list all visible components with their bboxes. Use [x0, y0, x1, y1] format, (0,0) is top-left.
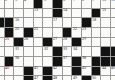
clue-number: 28 — [63, 37, 67, 40]
clue-number: 48 — [53, 76, 57, 79]
clue-number: 33 — [63, 47, 67, 50]
black-cell-r6c10 — [92, 57, 102, 67]
grid-cell-r1c12[interactable] — [111, 9, 115, 19]
grid-cell-r5c7[interactable]: 33 — [63, 47, 73, 57]
clue-number: 43 — [82, 66, 86, 69]
clue-number: 29 — [82, 37, 86, 40]
crossword-grid: 1234567891011121314151617181920212223242… — [0, 0, 115, 80]
grid-cell-r2c4[interactable] — [34, 18, 44, 28]
clue-number: 31 — [15, 47, 19, 50]
grid-cell-r5c5[interactable]: 32 — [43, 47, 53, 57]
grid-cell-r2c7[interactable] — [63, 18, 73, 28]
black-cell-r5c11 — [101, 47, 111, 57]
clue-number: 37 — [63, 56, 67, 59]
grid-cell-r5c2[interactable]: 31 — [14, 47, 24, 57]
grid-cell-r4c7[interactable]: 28 — [63, 38, 73, 48]
grid-cell-r7c2[interactable] — [14, 67, 24, 77]
clue-number: 8 — [82, 0, 84, 2]
grid-cell-r6c7[interactable]: 37 — [63, 57, 73, 67]
grid-cell-r5c1[interactable] — [5, 47, 15, 57]
grid-cell-r6c3[interactable] — [24, 57, 34, 67]
black-cell-r5c12 — [111, 47, 115, 57]
grid-cell-r2c8[interactable] — [72, 18, 82, 28]
clue-number: 16 — [15, 18, 19, 21]
grid-cell-r2c6[interactable]: 17 — [53, 18, 63, 28]
grid-cell-r4c11[interactable] — [101, 38, 111, 48]
grid-cell-r4c6[interactable]: 27 — [53, 38, 63, 48]
clue-number: 38 — [82, 56, 86, 59]
grid-cell-r1c5[interactable] — [43, 9, 53, 19]
black-cell-r3c3 — [24, 28, 34, 38]
grid-cell-r3c4[interactable]: 21 — [34, 28, 44, 38]
black-cell-r5c6 — [53, 47, 63, 57]
clue-number: 3 — [15, 0, 17, 2]
clue-number: 20 — [15, 27, 19, 30]
clue-number: 6 — [63, 0, 65, 2]
black-cell-r7c10 — [92, 67, 102, 77]
grid-cell-r3c2[interactable]: 20 — [14, 28, 24, 38]
crossword-screenshot: 1234567891011121314151617181920212223242… — [0, 0, 115, 80]
clue-number: 27 — [53, 37, 57, 40]
grid-cell-r5c10[interactable] — [92, 47, 102, 57]
grid-cell-r6c2[interactable]: 36 — [14, 57, 24, 67]
black-cell-r6c1 — [5, 57, 15, 67]
grid-cell-r1c8[interactable] — [72, 9, 82, 19]
grid-cell-r0c2[interactable]: 3 — [14, 0, 24, 9]
clue-number: 44 — [102, 66, 106, 69]
clue-number: 7 — [73, 0, 75, 2]
black-cell-r0c6 — [53, 0, 63, 9]
black-cell-r6c6 — [53, 57, 63, 67]
grid-cell-r5c9[interactable] — [82, 47, 92, 57]
grid-cell-r8c1[interactable] — [5, 76, 15, 80]
clue-number: 21 — [34, 27, 38, 30]
grid-cell-r4c3[interactable]: 26 — [24, 38, 34, 48]
grid-cell-r7c4[interactable]: 41 — [34, 67, 44, 77]
black-cell-r6c11 — [101, 57, 111, 67]
grid-cell-r0c1[interactable]: 2 — [5, 0, 15, 9]
grid-cell-r8c10[interactable]: 50 — [92, 76, 102, 80]
grid-cell-r3c6[interactable] — [53, 28, 63, 38]
grid-cell-r2c5[interactable] — [43, 18, 53, 28]
clue-number: 47 — [34, 76, 38, 79]
clue-number: 22 — [73, 27, 77, 30]
grid-cell-r4c9[interactable]: 29 — [82, 38, 92, 48]
clue-number: 45 — [111, 66, 115, 69]
grid-cell-r8c4[interactable]: 47 — [34, 76, 44, 80]
grid-cell-r0c9[interactable]: 8 — [82, 0, 92, 9]
grid-cell-r8c12[interactable] — [111, 76, 115, 80]
clue-number: 17 — [53, 18, 57, 21]
clue-number: 10 — [102, 0, 106, 2]
clue-number: 25 — [5, 37, 9, 40]
grid-cell-r4c1[interactable]: 25 — [5, 38, 15, 48]
clue-number: 2 — [5, 0, 7, 2]
clue-number: 50 — [92, 76, 96, 79]
black-cell-r0c4 — [34, 0, 44, 9]
clue-number: 11 — [111, 0, 115, 2]
grid-cell-r6c4[interactable] — [34, 57, 44, 67]
clue-number: 4 — [24, 0, 26, 2]
grid-cell-r3c8[interactable]: 22 — [72, 28, 82, 38]
grid-cell-r1c1[interactable] — [5, 9, 15, 19]
black-cell-r6c8 — [72, 57, 82, 67]
grid-cell-r3c11[interactable] — [101, 28, 111, 38]
black-cell-r8c3 — [24, 76, 34, 80]
grid-cell-r7c9[interactable]: 43 — [82, 67, 92, 77]
grid-cell-r7c7[interactable] — [63, 67, 73, 77]
grid-cell-r4c4[interactable] — [34, 38, 44, 48]
black-cell-r7c3 — [24, 67, 34, 77]
clue-number: 42 — [53, 66, 57, 69]
grid-cell-r6c5[interactable] — [43, 57, 53, 67]
clue-number: 15 — [102, 8, 106, 11]
grid-cell-r0c5[interactable]: 5 — [43, 0, 53, 9]
black-cell-r8c9 — [82, 76, 92, 80]
grid-cell-r7c11[interactable]: 44 — [101, 67, 111, 77]
grid-cell-r6c9[interactable]: 38 — [82, 57, 92, 67]
grid-cell-r2c10[interactable]: 18 — [92, 18, 102, 28]
grid-cell-r1c9[interactable] — [82, 9, 92, 19]
grid-cell-r5c3[interactable] — [24, 47, 34, 57]
grid-cell-r7c1[interactable]: 40 — [5, 67, 15, 77]
clue-number: 36 — [15, 56, 19, 59]
black-cell-r3c1 — [5, 28, 15, 38]
grid-cell-r0c8[interactable]: 7 — [72, 0, 82, 9]
clue-number: 14 — [63, 8, 67, 11]
clue-number: 26 — [24, 37, 28, 40]
black-cell-r4c5 — [43, 38, 53, 48]
grid-cell-r1c7[interactable]: 14 — [63, 9, 73, 19]
black-cell-r7c8 — [72, 67, 82, 77]
clue-number: 40 — [5, 66, 9, 69]
black-cell-r7c5 — [43, 67, 53, 77]
grid-cell-r8c2[interactable] — [14, 76, 24, 80]
grid-cell-r5c4[interactable] — [34, 47, 44, 57]
grid-cell-r1c2[interactable] — [14, 9, 24, 19]
grid-cell-r3c5[interactable] — [43, 28, 53, 38]
grid-cell-r0c10[interactable]: 9 — [92, 0, 102, 9]
grid-cell-r2c12[interactable] — [111, 18, 115, 28]
grid-cell-r2c11[interactable] — [101, 18, 111, 28]
grid-cell-r8c8[interactable]: 49 — [72, 76, 82, 80]
grid-cell-r1c4[interactable]: 13 — [34, 9, 44, 19]
grid-cell-r2c3[interactable] — [24, 18, 34, 28]
black-cell-r2c1 — [5, 18, 15, 28]
clue-number: 34 — [73, 47, 77, 50]
black-cell-r2c9 — [82, 18, 92, 28]
grid-cell-r5c8[interactable]: 34 — [72, 47, 82, 57]
grid-cell-r8c11[interactable] — [101, 76, 111, 80]
grid-cell-r0c11[interactable]: 10 — [101, 0, 111, 9]
grid-cell-r8c7[interactable] — [63, 76, 73, 80]
clue-number: 49 — [73, 76, 77, 79]
black-cell-r1c6 — [53, 9, 63, 19]
grid-cell-r7c12[interactable]: 45 — [111, 67, 115, 77]
grid-cell-r3c12[interactable] — [111, 28, 115, 38]
grid-cell-r1c11[interactable]: 15 — [101, 9, 111, 19]
black-cell-r1c10 — [92, 9, 102, 19]
black-cell-r4c2 — [14, 38, 24, 48]
clue-number: 23 — [82, 27, 86, 30]
clue-number: 13 — [34, 8, 38, 11]
grid-cell-r1c3[interactable] — [24, 9, 34, 19]
grid-cell-r0c3[interactable]: 4 — [24, 0, 34, 9]
clue-number: 5 — [44, 0, 46, 2]
grid-cell-r7c6[interactable]: 42 — [53, 67, 63, 77]
grid-cell-r4c12[interactable] — [111, 38, 115, 48]
black-cell-r4c8 — [72, 38, 82, 48]
clue-number: 32 — [44, 47, 48, 50]
grid-cell-r2c2[interactable]: 16 — [14, 18, 24, 28]
clue-number: 9 — [92, 0, 94, 2]
grid-cell-r0c7[interactable]: 6 — [63, 0, 73, 9]
clue-number: 41 — [34, 66, 38, 69]
black-cell-r6c12 — [111, 57, 115, 67]
grid-cell-r4c10[interactable] — [92, 38, 102, 48]
grid-cell-r3c10[interactable] — [92, 28, 102, 38]
clue-number: 18 — [92, 18, 96, 21]
black-cell-r3c7 — [63, 28, 73, 38]
grid-cell-r0c12[interactable]: 11 — [111, 0, 115, 9]
grid-cell-r8c6[interactable]: 48 — [53, 76, 63, 80]
black-cell-r8c5 — [43, 76, 53, 80]
grid-cell-r3c9[interactable]: 23 — [82, 28, 92, 38]
